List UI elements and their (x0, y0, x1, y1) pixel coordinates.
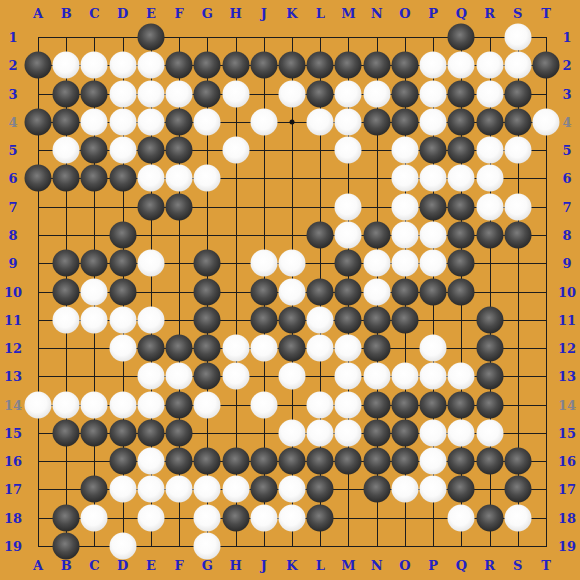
point-A5[interactable] (24, 136, 52, 164)
point-E5[interactable] (137, 136, 165, 164)
point-K18[interactable] (278, 504, 306, 532)
point-G6[interactable] (193, 164, 221, 192)
point-D8[interactable] (109, 221, 137, 249)
point-F14[interactable] (165, 391, 193, 419)
point-Q6[interactable] (447, 164, 475, 192)
point-O8[interactable] (391, 221, 419, 249)
point-G10[interactable] (193, 278, 221, 306)
point-G3[interactable] (193, 80, 221, 108)
point-O10[interactable] (391, 278, 419, 306)
point-J13[interactable] (250, 362, 278, 390)
point-C12[interactable] (80, 334, 108, 362)
point-B9[interactable] (52, 249, 80, 277)
point-O4[interactable] (391, 108, 419, 136)
point-G4[interactable] (193, 108, 221, 136)
point-H13[interactable] (222, 362, 250, 390)
point-N19[interactable] (363, 532, 391, 560)
point-C1[interactable] (80, 23, 108, 51)
point-O7[interactable] (391, 193, 419, 221)
point-R15[interactable] (476, 419, 504, 447)
point-F11[interactable] (165, 306, 193, 334)
point-E19[interactable] (137, 532, 165, 560)
point-N3[interactable] (363, 80, 391, 108)
point-A15[interactable] (24, 419, 52, 447)
point-R10[interactable] (476, 278, 504, 306)
point-B5[interactable] (52, 136, 80, 164)
point-A13[interactable] (24, 362, 52, 390)
point-E12[interactable] (137, 334, 165, 362)
point-R19[interactable] (476, 532, 504, 560)
point-T1[interactable] (532, 23, 560, 51)
point-O5[interactable] (391, 136, 419, 164)
point-S8[interactable] (504, 221, 532, 249)
point-A11[interactable] (24, 306, 52, 334)
point-Q17[interactable] (447, 475, 475, 503)
point-B13[interactable] (52, 362, 80, 390)
point-C6[interactable] (80, 164, 108, 192)
point-T13[interactable] (532, 362, 560, 390)
point-J8[interactable] (250, 221, 278, 249)
point-Q5[interactable] (447, 136, 475, 164)
point-L17[interactable] (306, 475, 334, 503)
point-D2[interactable] (109, 51, 137, 79)
point-H16[interactable] (222, 447, 250, 475)
point-N8[interactable] (363, 221, 391, 249)
point-Q12[interactable] (447, 334, 475, 362)
point-D14[interactable] (109, 391, 137, 419)
point-S16[interactable] (504, 447, 532, 475)
point-K19[interactable] (278, 532, 306, 560)
point-A18[interactable] (24, 504, 52, 532)
point-E11[interactable] (137, 306, 165, 334)
point-O19[interactable] (391, 532, 419, 560)
point-F13[interactable] (165, 362, 193, 390)
point-J7[interactable] (250, 193, 278, 221)
point-S1[interactable] (504, 23, 532, 51)
point-H1[interactable] (222, 23, 250, 51)
point-S19[interactable] (504, 532, 532, 560)
point-J1[interactable] (250, 23, 278, 51)
point-B18[interactable] (52, 504, 80, 532)
point-C11[interactable] (80, 306, 108, 334)
point-K7[interactable] (278, 193, 306, 221)
point-F8[interactable] (165, 221, 193, 249)
point-T18[interactable] (532, 504, 560, 532)
point-L11[interactable] (306, 306, 334, 334)
point-N18[interactable] (363, 504, 391, 532)
point-H8[interactable] (222, 221, 250, 249)
point-D19[interactable] (109, 532, 137, 560)
point-N17[interactable] (363, 475, 391, 503)
point-B11[interactable] (52, 306, 80, 334)
point-T11[interactable] (532, 306, 560, 334)
point-Q11[interactable] (447, 306, 475, 334)
point-F7[interactable] (165, 193, 193, 221)
point-E4[interactable] (137, 108, 165, 136)
point-Q13[interactable] (447, 362, 475, 390)
point-J6[interactable] (250, 164, 278, 192)
point-D9[interactable] (109, 249, 137, 277)
point-L14[interactable] (306, 391, 334, 419)
point-T12[interactable] (532, 334, 560, 362)
point-G9[interactable] (193, 249, 221, 277)
point-K10[interactable] (278, 278, 306, 306)
point-C19[interactable] (80, 532, 108, 560)
point-B15[interactable] (52, 419, 80, 447)
point-F18[interactable] (165, 504, 193, 532)
point-S12[interactable] (504, 334, 532, 362)
point-F19[interactable] (165, 532, 193, 560)
point-P18[interactable] (419, 504, 447, 532)
point-R11[interactable] (476, 306, 504, 334)
point-H2[interactable] (222, 51, 250, 79)
point-K5[interactable] (278, 136, 306, 164)
point-E10[interactable] (137, 278, 165, 306)
point-A19[interactable] (24, 532, 52, 560)
point-L19[interactable] (306, 532, 334, 560)
point-N7[interactable] (363, 193, 391, 221)
point-G13[interactable] (193, 362, 221, 390)
point-S2[interactable] (504, 51, 532, 79)
point-S4[interactable] (504, 108, 532, 136)
point-D12[interactable] (109, 334, 137, 362)
point-M1[interactable] (334, 23, 362, 51)
point-M15[interactable] (334, 419, 362, 447)
point-N5[interactable] (363, 136, 391, 164)
point-N16[interactable] (363, 447, 391, 475)
point-G16[interactable] (193, 447, 221, 475)
point-R7[interactable] (476, 193, 504, 221)
point-O3[interactable] (391, 80, 419, 108)
point-L2[interactable] (306, 51, 334, 79)
point-S18[interactable] (504, 504, 532, 532)
point-O6[interactable] (391, 164, 419, 192)
point-N13[interactable] (363, 362, 391, 390)
point-H3[interactable] (222, 80, 250, 108)
point-O14[interactable] (391, 391, 419, 419)
point-F5[interactable] (165, 136, 193, 164)
point-M16[interactable] (334, 447, 362, 475)
point-O9[interactable] (391, 249, 419, 277)
point-D11[interactable] (109, 306, 137, 334)
point-F9[interactable] (165, 249, 193, 277)
point-H17[interactable] (222, 475, 250, 503)
point-C10[interactable] (80, 278, 108, 306)
point-K11[interactable] (278, 306, 306, 334)
point-P2[interactable] (419, 51, 447, 79)
point-A7[interactable] (24, 193, 52, 221)
point-D4[interactable] (109, 108, 137, 136)
point-M7[interactable] (334, 193, 362, 221)
point-P19[interactable] (419, 532, 447, 560)
point-K16[interactable] (278, 447, 306, 475)
point-M12[interactable] (334, 334, 362, 362)
point-T2[interactable] (532, 51, 560, 79)
point-R6[interactable] (476, 164, 504, 192)
point-H5[interactable] (222, 136, 250, 164)
point-R1[interactable] (476, 23, 504, 51)
point-B7[interactable] (52, 193, 80, 221)
point-R9[interactable] (476, 249, 504, 277)
point-Q2[interactable] (447, 51, 475, 79)
point-L5[interactable] (306, 136, 334, 164)
point-A3[interactable] (24, 80, 52, 108)
point-O18[interactable] (391, 504, 419, 532)
point-B16[interactable] (52, 447, 80, 475)
point-G5[interactable] (193, 136, 221, 164)
point-M6[interactable] (334, 164, 362, 192)
point-P5[interactable] (419, 136, 447, 164)
point-K4[interactable] (278, 108, 306, 136)
point-G17[interactable] (193, 475, 221, 503)
point-M3[interactable] (334, 80, 362, 108)
point-D17[interactable] (109, 475, 137, 503)
point-M17[interactable] (334, 475, 362, 503)
point-H10[interactable] (222, 278, 250, 306)
point-G18[interactable] (193, 504, 221, 532)
point-Q18[interactable] (447, 504, 475, 532)
point-A17[interactable] (24, 475, 52, 503)
point-L12[interactable] (306, 334, 334, 362)
point-S3[interactable] (504, 80, 532, 108)
point-M5[interactable] (334, 136, 362, 164)
point-J18[interactable] (250, 504, 278, 532)
point-R13[interactable] (476, 362, 504, 390)
point-N14[interactable] (363, 391, 391, 419)
point-M18[interactable] (334, 504, 362, 532)
point-E6[interactable] (137, 164, 165, 192)
point-C4[interactable] (80, 108, 108, 136)
point-B4[interactable] (52, 108, 80, 136)
point-C9[interactable] (80, 249, 108, 277)
point-N10[interactable] (363, 278, 391, 306)
point-P8[interactable] (419, 221, 447, 249)
point-K12[interactable] (278, 334, 306, 362)
point-C14[interactable] (80, 391, 108, 419)
point-F2[interactable] (165, 51, 193, 79)
point-C18[interactable] (80, 504, 108, 532)
point-K8[interactable] (278, 221, 306, 249)
point-T3[interactable] (532, 80, 560, 108)
point-S9[interactable] (504, 249, 532, 277)
point-J16[interactable] (250, 447, 278, 475)
point-R14[interactable] (476, 391, 504, 419)
point-O11[interactable] (391, 306, 419, 334)
point-B12[interactable] (52, 334, 80, 362)
point-A10[interactable] (24, 278, 52, 306)
point-D15[interactable] (109, 419, 137, 447)
point-K9[interactable] (278, 249, 306, 277)
point-H15[interactable] (222, 419, 250, 447)
point-T17[interactable] (532, 475, 560, 503)
point-H11[interactable] (222, 306, 250, 334)
point-J11[interactable] (250, 306, 278, 334)
point-K2[interactable] (278, 51, 306, 79)
point-L18[interactable] (306, 504, 334, 532)
point-C3[interactable] (80, 80, 108, 108)
point-C16[interactable] (80, 447, 108, 475)
point-L7[interactable] (306, 193, 334, 221)
point-N12[interactable] (363, 334, 391, 362)
point-J5[interactable] (250, 136, 278, 164)
point-M4[interactable] (334, 108, 362, 136)
point-F17[interactable] (165, 475, 193, 503)
point-D16[interactable] (109, 447, 137, 475)
point-Q3[interactable] (447, 80, 475, 108)
point-S13[interactable] (504, 362, 532, 390)
point-E14[interactable] (137, 391, 165, 419)
point-E1[interactable] (137, 23, 165, 51)
point-N1[interactable] (363, 23, 391, 51)
point-O15[interactable] (391, 419, 419, 447)
point-P17[interactable] (419, 475, 447, 503)
point-G7[interactable] (193, 193, 221, 221)
point-L1[interactable] (306, 23, 334, 51)
point-T15[interactable] (532, 419, 560, 447)
point-E9[interactable] (137, 249, 165, 277)
point-H12[interactable] (222, 334, 250, 362)
point-D7[interactable] (109, 193, 137, 221)
point-P3[interactable] (419, 80, 447, 108)
point-B3[interactable] (52, 80, 80, 108)
point-B2[interactable] (52, 51, 80, 79)
point-A8[interactable] (24, 221, 52, 249)
point-R18[interactable] (476, 504, 504, 532)
point-A9[interactable] (24, 249, 52, 277)
point-K13[interactable] (278, 362, 306, 390)
point-Q15[interactable] (447, 419, 475, 447)
point-P9[interactable] (419, 249, 447, 277)
point-P7[interactable] (419, 193, 447, 221)
point-G15[interactable] (193, 419, 221, 447)
point-J10[interactable] (250, 278, 278, 306)
point-D18[interactable] (109, 504, 137, 532)
point-P4[interactable] (419, 108, 447, 136)
point-Q19[interactable] (447, 532, 475, 560)
point-Q8[interactable] (447, 221, 475, 249)
point-N4[interactable] (363, 108, 391, 136)
point-F6[interactable] (165, 164, 193, 192)
point-P1[interactable] (419, 23, 447, 51)
point-H4[interactable] (222, 108, 250, 136)
point-L16[interactable] (306, 447, 334, 475)
point-O2[interactable] (391, 51, 419, 79)
point-E18[interactable] (137, 504, 165, 532)
point-D10[interactable] (109, 278, 137, 306)
point-L8[interactable] (306, 221, 334, 249)
point-F16[interactable] (165, 447, 193, 475)
point-R17[interactable] (476, 475, 504, 503)
point-Q9[interactable] (447, 249, 475, 277)
point-J3[interactable] (250, 80, 278, 108)
point-P15[interactable] (419, 419, 447, 447)
point-P11[interactable] (419, 306, 447, 334)
point-S11[interactable] (504, 306, 532, 334)
point-R3[interactable] (476, 80, 504, 108)
point-E7[interactable] (137, 193, 165, 221)
point-Q1[interactable] (447, 23, 475, 51)
point-N9[interactable] (363, 249, 391, 277)
point-M13[interactable] (334, 362, 362, 390)
point-K17[interactable] (278, 475, 306, 503)
point-L9[interactable] (306, 249, 334, 277)
point-T10[interactable] (532, 278, 560, 306)
point-D13[interactable] (109, 362, 137, 390)
point-T5[interactable] (532, 136, 560, 164)
point-J17[interactable] (250, 475, 278, 503)
point-C13[interactable] (80, 362, 108, 390)
point-F12[interactable] (165, 334, 193, 362)
point-C2[interactable] (80, 51, 108, 79)
point-K15[interactable] (278, 419, 306, 447)
point-C17[interactable] (80, 475, 108, 503)
point-K3[interactable] (278, 80, 306, 108)
point-S17[interactable] (504, 475, 532, 503)
point-P12[interactable] (419, 334, 447, 362)
point-G11[interactable] (193, 306, 221, 334)
point-M19[interactable] (334, 532, 362, 560)
point-T4[interactable] (532, 108, 560, 136)
point-P13[interactable] (419, 362, 447, 390)
point-M9[interactable] (334, 249, 362, 277)
point-F4[interactable] (165, 108, 193, 136)
point-O1[interactable] (391, 23, 419, 51)
point-J4[interactable] (250, 108, 278, 136)
point-G1[interactable] (193, 23, 221, 51)
point-O16[interactable] (391, 447, 419, 475)
point-A2[interactable] (24, 51, 52, 79)
point-K6[interactable] (278, 164, 306, 192)
point-S15[interactable] (504, 419, 532, 447)
point-C15[interactable] (80, 419, 108, 447)
point-M2[interactable] (334, 51, 362, 79)
point-G19[interactable] (193, 532, 221, 560)
point-H7[interactable] (222, 193, 250, 221)
point-C5[interactable] (80, 136, 108, 164)
point-E2[interactable] (137, 51, 165, 79)
point-B10[interactable] (52, 278, 80, 306)
point-R2[interactable] (476, 51, 504, 79)
point-S5[interactable] (504, 136, 532, 164)
point-M8[interactable] (334, 221, 362, 249)
point-F1[interactable] (165, 23, 193, 51)
point-O12[interactable] (391, 334, 419, 362)
point-H18[interactable] (222, 504, 250, 532)
point-B8[interactable] (52, 221, 80, 249)
point-P14[interactable] (419, 391, 447, 419)
point-L6[interactable] (306, 164, 334, 192)
point-H6[interactable] (222, 164, 250, 192)
point-T6[interactable] (532, 164, 560, 192)
point-E17[interactable] (137, 475, 165, 503)
point-B1[interactable] (52, 23, 80, 51)
point-E13[interactable] (137, 362, 165, 390)
point-K14[interactable] (278, 391, 306, 419)
point-A16[interactable] (24, 447, 52, 475)
point-T7[interactable] (532, 193, 560, 221)
point-B19[interactable] (52, 532, 80, 560)
point-G2[interactable] (193, 51, 221, 79)
point-T16[interactable] (532, 447, 560, 475)
point-E15[interactable] (137, 419, 165, 447)
point-R12[interactable] (476, 334, 504, 362)
point-R5[interactable] (476, 136, 504, 164)
point-B17[interactable] (52, 475, 80, 503)
point-R8[interactable] (476, 221, 504, 249)
point-L13[interactable] (306, 362, 334, 390)
point-N6[interactable] (363, 164, 391, 192)
point-P10[interactable] (419, 278, 447, 306)
